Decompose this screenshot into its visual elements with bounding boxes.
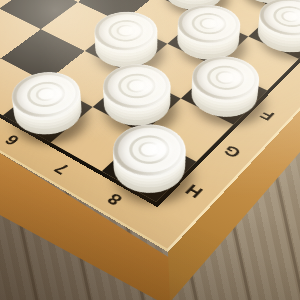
photo-scene: ⛀⛀⛀⛀⛀⛀⛀⛀⛀ 876HGF	[0, 0, 300, 300]
